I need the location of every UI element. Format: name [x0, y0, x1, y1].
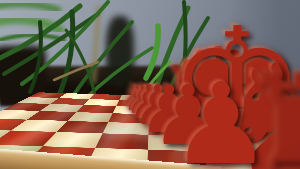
- chess-set-photo: ♜♞♝♛♚♝♞♜♟♟♟♟♟♟♟♟: [0, 0, 300, 169]
- chess-piece-rook: ♜: [236, 55, 300, 169]
- pieces-layer: ♜♞♝♛♚♝♞♜♟♟♟♟♟♟♟♟: [0, 0, 300, 169]
